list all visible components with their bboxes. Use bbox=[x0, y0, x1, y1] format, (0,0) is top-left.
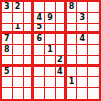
cell-r5c9[interactable] bbox=[88, 45, 99, 56]
cell-r8c4[interactable] bbox=[34, 77, 45, 88]
cell-r4c5[interactable] bbox=[45, 34, 56, 45]
cell-r8c5[interactable] bbox=[45, 77, 56, 88]
cell-r1c1[interactable]: 3 bbox=[2, 2, 13, 13]
cell-r4c2[interactable] bbox=[13, 34, 24, 45]
cell-r8c8[interactable] bbox=[77, 77, 88, 88]
cell-r1c7[interactable]: 8 bbox=[67, 2, 78, 13]
cell-r1c8[interactable] bbox=[77, 2, 88, 13]
cell-r4c7[interactable] bbox=[67, 34, 78, 45]
cell-r3c8[interactable] bbox=[77, 24, 88, 35]
cell-r1c4[interactable] bbox=[34, 2, 45, 13]
sudoku-board: 32849315764812541 bbox=[0, 0, 101, 101]
cell-r4c9[interactable] bbox=[88, 34, 99, 45]
cell-r7c4[interactable] bbox=[34, 67, 45, 78]
cell-r3c6[interactable] bbox=[56, 24, 67, 35]
cell-r6c7[interactable] bbox=[67, 56, 78, 67]
cell-r4c4[interactable]: 6 bbox=[34, 34, 45, 45]
cell-r5c8[interactable] bbox=[77, 45, 88, 56]
cell-r3c4[interactable]: 5 bbox=[34, 24, 45, 35]
cell-r5c2[interactable] bbox=[13, 45, 24, 56]
cell-r7c6[interactable]: 4 bbox=[56, 67, 67, 78]
cell-r9c4[interactable] bbox=[34, 88, 45, 99]
cell-r5c5[interactable]: 1 bbox=[45, 45, 56, 56]
cell-r6c9[interactable] bbox=[88, 56, 99, 67]
cell-r3c5[interactable] bbox=[45, 24, 56, 35]
cell-r2c6[interactable] bbox=[56, 13, 67, 24]
cell-r8c9[interactable] bbox=[88, 77, 99, 88]
cell-r6c5[interactable] bbox=[45, 56, 56, 67]
cell-r9c2[interactable] bbox=[13, 88, 24, 99]
cell-r8c2[interactable] bbox=[13, 77, 24, 88]
cell-r3c9[interactable] bbox=[88, 24, 99, 35]
cell-r1c6[interactable] bbox=[56, 2, 67, 13]
cell-r2c2[interactable] bbox=[13, 13, 24, 24]
cell-r7c5[interactable] bbox=[45, 67, 56, 78]
cell-r6c6[interactable]: 2 bbox=[56, 56, 67, 67]
cell-r9c7[interactable] bbox=[67, 88, 78, 99]
cell-r1c2[interactable]: 2 bbox=[13, 2, 24, 13]
cell-r1c9[interactable] bbox=[88, 2, 99, 13]
cell-r2c8[interactable]: 3 bbox=[77, 13, 88, 24]
cell-r5c3[interactable] bbox=[24, 45, 35, 56]
cell-r3c7[interactable] bbox=[67, 24, 78, 35]
cell-r2c1[interactable] bbox=[2, 13, 13, 24]
cell-r9c6[interactable] bbox=[56, 88, 67, 99]
cell-r7c3[interactable] bbox=[24, 67, 35, 78]
cell-r7c8[interactable] bbox=[77, 67, 88, 78]
cell-r1c3[interactable] bbox=[24, 2, 35, 13]
cell-r8c6[interactable] bbox=[56, 77, 67, 88]
cell-r9c1[interactable] bbox=[2, 88, 13, 99]
cell-r4c8[interactable]: 4 bbox=[77, 34, 88, 45]
cell-r8c7[interactable]: 1 bbox=[67, 77, 78, 88]
cell-r5c4[interactable] bbox=[34, 45, 45, 56]
cell-r6c2[interactable] bbox=[13, 56, 24, 67]
cell-r4c1[interactable]: 7 bbox=[2, 34, 13, 45]
cell-r5c7[interactable] bbox=[67, 45, 78, 56]
cell-r1c5[interactable] bbox=[45, 2, 56, 13]
cell-r7c2[interactable] bbox=[13, 67, 24, 78]
cell-r2c5[interactable]: 9 bbox=[45, 13, 56, 24]
cell-r7c7[interactable] bbox=[67, 67, 78, 78]
cell-r8c1[interactable] bbox=[2, 77, 13, 88]
cell-r3c3[interactable] bbox=[24, 24, 35, 35]
sudoku-grid: 32849315764812541 bbox=[2, 2, 99, 99]
cell-r4c3[interactable] bbox=[24, 34, 35, 45]
cell-r6c1[interactable] bbox=[2, 56, 13, 67]
cell-r3c1[interactable] bbox=[2, 24, 13, 35]
cell-r5c1[interactable]: 8 bbox=[2, 45, 13, 56]
cell-r9c8[interactable] bbox=[77, 88, 88, 99]
cell-r6c8[interactable] bbox=[77, 56, 88, 67]
cell-r2c4[interactable]: 4 bbox=[34, 13, 45, 24]
cell-r6c3[interactable] bbox=[24, 56, 35, 67]
cell-r8c3[interactable] bbox=[24, 77, 35, 88]
cell-r2c9[interactable] bbox=[88, 13, 99, 24]
cell-r9c5[interactable] bbox=[45, 88, 56, 99]
cell-r2c3[interactable] bbox=[24, 13, 35, 24]
cell-r2c7[interactable] bbox=[67, 13, 78, 24]
cell-r7c9[interactable] bbox=[88, 67, 99, 78]
cell-r7c1[interactable]: 5 bbox=[2, 67, 13, 78]
cell-r5c6[interactable] bbox=[56, 45, 67, 56]
cell-r4c6[interactable] bbox=[56, 34, 67, 45]
cell-r9c9[interactable] bbox=[88, 88, 99, 99]
cell-r6c4[interactable] bbox=[34, 56, 45, 67]
cell-r3c2[interactable]: 1 bbox=[13, 24, 24, 35]
cell-r9c3[interactable] bbox=[24, 88, 35, 99]
